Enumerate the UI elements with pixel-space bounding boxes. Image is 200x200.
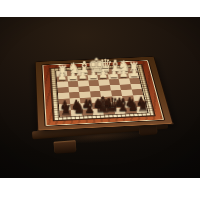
square-d5 bbox=[100, 91, 111, 97]
square-f8: ♝ bbox=[81, 109, 93, 116]
white-queen-d1: ♛ bbox=[97, 57, 107, 74]
bottom-matte bbox=[0, 178, 200, 200]
white-knight-g1: ♞ bbox=[67, 61, 77, 76]
square-f6 bbox=[80, 97, 91, 103]
square-g3 bbox=[67, 81, 78, 87]
chessboard: ♜♞♝♚♛♝♞♜♟♟♟♟♟♟♟♟♟♟♟♟♟♟♟♟♜♞♝♚♛♝♞♜ bbox=[35, 56, 174, 131]
top-matte bbox=[0, 0, 200, 17]
white-bishop-f1: ♝ bbox=[77, 60, 87, 76]
white-knight-b1: ♞ bbox=[118, 59, 128, 73]
square-e8: ♚ bbox=[92, 108, 104, 115]
board-3d-stage: ♜♞♝♚♛♝♞♜♟♟♟♟♟♟♟♟♟♟♟♟♟♟♟♟♜♞♝♚♛♝♞♜ bbox=[0, 17, 200, 178]
photo-background: ♜♞♝♚♛♝♞♜♟♟♟♟♟♟♟♟♟♟♟♟♟♟♟♟♜♞♝♚♛♝♞♜ bbox=[0, 17, 200, 178]
white-bishop-c1: ♝ bbox=[107, 59, 117, 74]
board-field: ♜♞♝♚♛♝♞♜♟♟♟♟♟♟♟♟♟♟♟♟♟♟♟♟♜♞♝♚♛♝♞♜ bbox=[56, 68, 147, 117]
square-g8: ♞ bbox=[70, 110, 82, 117]
square-a8: ♜ bbox=[135, 106, 147, 113]
white-king-e1: ♚ bbox=[87, 56, 97, 75]
square-h5 bbox=[58, 92, 69, 98]
square-h8: ♜ bbox=[59, 110, 71, 117]
square-h7: ♟ bbox=[59, 104, 70, 111]
white-rook-a1: ♜ bbox=[128, 61, 138, 74]
frame-mosaic-inlay: ♜♞♝♚♛♝♞♜♟♟♟♟♟♟♟♟♟♟♟♟♟♟♟♟♜♞♝♚♛♝♞♜ bbox=[50, 64, 154, 120]
frame-mahogany-band: ♜♞♝♚♛♝♞♜♟♟♟♟♟♟♟♟♟♟♟♟♟♟♟♟♜♞♝♚♛♝♞♜ bbox=[42, 60, 164, 126]
